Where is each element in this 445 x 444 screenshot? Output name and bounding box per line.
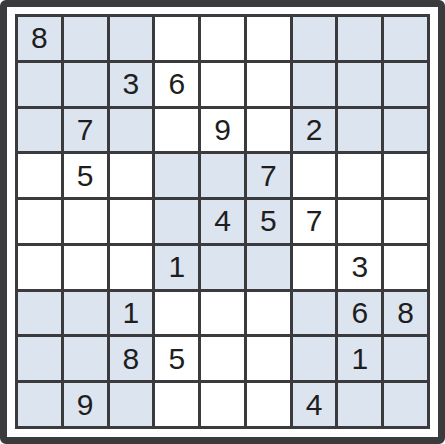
cell-r8c4[interactable]: 5 [155, 337, 198, 380]
cell-r5c9[interactable] [384, 200, 427, 243]
cell-r7c8[interactable]: 6 [338, 292, 381, 335]
cell-r3c1[interactable] [18, 109, 61, 152]
sudoku-board: 836792574571316885194 [15, 14, 430, 429]
cell-r1c5[interactable] [201, 17, 244, 60]
cell-r6c4[interactable]: 1 [155, 246, 198, 289]
cell-r9c8[interactable] [338, 383, 381, 426]
cell-r4c6[interactable]: 7 [247, 154, 290, 197]
cell-r1c4[interactable] [155, 17, 198, 60]
cell-r8c5[interactable] [201, 337, 244, 380]
cell-r9c4[interactable] [155, 383, 198, 426]
cell-r9c5[interactable] [201, 383, 244, 426]
cell-r6c3[interactable] [110, 246, 153, 289]
cell-r4c2[interactable]: 5 [64, 154, 107, 197]
cell-r8c3[interactable]: 8 [110, 337, 153, 380]
cell-r1c3[interactable] [110, 17, 153, 60]
cell-r7c3[interactable]: 1 [110, 292, 153, 335]
cell-r9c7[interactable]: 4 [293, 383, 336, 426]
cell-r3c2[interactable]: 7 [64, 109, 107, 152]
cell-r4c3[interactable] [110, 154, 153, 197]
cell-r9c9[interactable] [384, 383, 427, 426]
cell-r9c6[interactable] [247, 383, 290, 426]
cell-r8c1[interactable] [18, 337, 61, 380]
cell-r7c2[interactable] [64, 292, 107, 335]
sudoku-page: 836792574571316885194 [0, 0, 445, 444]
cell-r3c9[interactable] [384, 109, 427, 152]
cell-r1c7[interactable] [293, 17, 336, 60]
cell-r5c3[interactable] [110, 200, 153, 243]
cell-r2c4[interactable]: 6 [155, 63, 198, 106]
cell-r4c4[interactable] [155, 154, 198, 197]
cell-r2c5[interactable] [201, 63, 244, 106]
cell-r5c4[interactable] [155, 200, 198, 243]
cell-r6c6[interactable] [247, 246, 290, 289]
cell-r9c3[interactable] [110, 383, 153, 426]
cell-r2c2[interactable] [64, 63, 107, 106]
cell-r2c1[interactable] [18, 63, 61, 106]
cell-r6c8[interactable]: 3 [338, 246, 381, 289]
cell-r4c1[interactable] [18, 154, 61, 197]
cell-r1c8[interactable] [338, 17, 381, 60]
cell-r6c1[interactable] [18, 246, 61, 289]
cell-r8c7[interactable] [293, 337, 336, 380]
cell-r1c6[interactable] [247, 17, 290, 60]
cell-r2c7[interactable] [293, 63, 336, 106]
cell-r7c5[interactable] [201, 292, 244, 335]
cell-r1c1[interactable]: 8 [18, 17, 61, 60]
cell-r3c3[interactable] [110, 109, 153, 152]
cell-r6c5[interactable] [201, 246, 244, 289]
cell-r2c8[interactable] [338, 63, 381, 106]
cell-r7c4[interactable] [155, 292, 198, 335]
cell-r4c9[interactable] [384, 154, 427, 197]
cell-r3c4[interactable] [155, 109, 198, 152]
cell-r6c7[interactable] [293, 246, 336, 289]
cell-r8c6[interactable] [247, 337, 290, 380]
cell-r1c9[interactable] [384, 17, 427, 60]
cell-r7c7[interactable] [293, 292, 336, 335]
cell-r3c7[interactable]: 2 [293, 109, 336, 152]
cell-r4c7[interactable] [293, 154, 336, 197]
cell-r8c9[interactable] [384, 337, 427, 380]
cell-r6c9[interactable] [384, 246, 427, 289]
cell-r8c8[interactable]: 1 [338, 337, 381, 380]
cell-r5c5[interactable]: 4 [201, 200, 244, 243]
cell-r7c1[interactable] [18, 292, 61, 335]
cell-r2c3[interactable]: 3 [110, 63, 153, 106]
cell-r4c8[interactable] [338, 154, 381, 197]
cell-r8c2[interactable] [64, 337, 107, 380]
cell-r3c5[interactable]: 9 [201, 109, 244, 152]
cell-r2c6[interactable] [247, 63, 290, 106]
cell-r5c1[interactable] [18, 200, 61, 243]
cell-r1c2[interactable] [64, 17, 107, 60]
cell-r4c5[interactable] [201, 154, 244, 197]
cell-r3c6[interactable] [247, 109, 290, 152]
cell-r7c6[interactable] [247, 292, 290, 335]
cell-r5c7[interactable]: 7 [293, 200, 336, 243]
cell-r2c9[interactable] [384, 63, 427, 106]
cell-r5c6[interactable]: 5 [247, 200, 290, 243]
cell-r3c8[interactable] [338, 109, 381, 152]
cell-r5c2[interactable] [64, 200, 107, 243]
cell-r7c9[interactable]: 8 [384, 292, 427, 335]
cell-r5c8[interactable] [338, 200, 381, 243]
cell-r9c2[interactable]: 9 [64, 383, 107, 426]
cell-r9c1[interactable] [18, 383, 61, 426]
cell-r6c2[interactable] [64, 246, 107, 289]
